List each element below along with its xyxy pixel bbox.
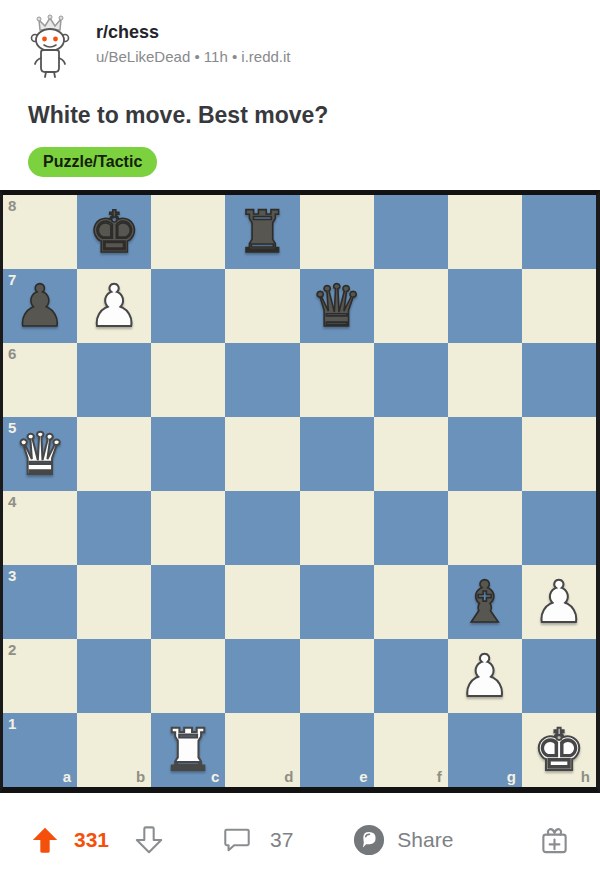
square-f5 — [374, 417, 448, 491]
square-c3 — [151, 565, 225, 639]
square-e2 — [300, 639, 374, 713]
square-g5 — [448, 417, 522, 491]
share-icon — [353, 824, 385, 856]
square-h5 — [522, 417, 596, 491]
square-h1: h♚ — [522, 713, 596, 787]
rank-label-8: 8 — [8, 197, 16, 214]
square-d1: d — [225, 713, 299, 787]
square-d7 — [225, 269, 299, 343]
square-b1: b — [77, 713, 151, 787]
square-d6 — [225, 343, 299, 417]
chess-board: 8♚♜7♟♟♛65♛43♝♟2♟1abc♜defgh♚ — [3, 195, 596, 787]
square-e8 — [300, 195, 374, 269]
file-label-e: e — [359, 768, 367, 785]
subreddit-avatar-snoo-crown-icon[interactable] — [26, 14, 80, 80]
square-h7 — [522, 269, 596, 343]
downvote-icon[interactable] — [134, 825, 164, 855]
square-f4 — [374, 491, 448, 565]
square-h8 — [522, 195, 596, 269]
square-d3 — [225, 565, 299, 639]
black-king: ♚ — [88, 195, 140, 269]
file-label-g: g — [507, 768, 516, 785]
square-f7 — [374, 269, 448, 343]
square-e5 — [300, 417, 374, 491]
square-e3 — [300, 565, 374, 639]
square-f6 — [374, 343, 448, 417]
square-d2 — [225, 639, 299, 713]
subreddit-name[interactable]: r/chess — [96, 20, 291, 44]
square-c4 — [151, 491, 225, 565]
square-g7 — [448, 269, 522, 343]
comment-count: 37 — [270, 828, 293, 852]
white-pawn: ♟ — [533, 565, 585, 639]
square-b8: ♚ — [77, 195, 151, 269]
square-g3: ♝ — [448, 565, 522, 639]
white-pawn: ♟ — [88, 269, 140, 343]
square-g2: ♟ — [448, 639, 522, 713]
square-g8 — [448, 195, 522, 269]
upvote-icon[interactable] — [30, 825, 60, 855]
square-f2 — [374, 639, 448, 713]
square-e1: e — [300, 713, 374, 787]
square-a2: 2 — [3, 639, 77, 713]
square-f3 — [374, 565, 448, 639]
square-d5 — [225, 417, 299, 491]
square-c2 — [151, 639, 225, 713]
square-g1: g — [448, 713, 522, 787]
rank-label-3: 3 — [8, 567, 16, 584]
square-a7: 7♟ — [3, 269, 77, 343]
square-c1: c♜ — [151, 713, 225, 787]
square-h3: ♟ — [522, 565, 596, 639]
rank-label-1: 1 — [8, 715, 16, 732]
white-king: ♚ — [533, 713, 585, 787]
comment-button[interactable]: 37 — [222, 825, 293, 855]
square-c5 — [151, 417, 225, 491]
rank-label-6: 6 — [8, 345, 16, 362]
square-a1: 1a — [3, 713, 77, 787]
rank-label-2: 2 — [8, 641, 16, 658]
square-e6 — [300, 343, 374, 417]
black-queen: ♛ — [311, 269, 363, 343]
square-a4: 4 — [3, 491, 77, 565]
black-pawn: ♟ — [14, 269, 66, 343]
square-a3: 3 — [3, 565, 77, 639]
square-b4 — [77, 491, 151, 565]
square-b2 — [77, 639, 151, 713]
post-image[interactable]: 8♚♜7♟♟♛65♛43♝♟2♟1abc♜defgh♚ — [0, 190, 600, 793]
square-h2 — [522, 639, 596, 713]
square-a6: 6 — [3, 343, 77, 417]
file-label-b: b — [136, 768, 145, 785]
square-h6 — [522, 343, 596, 417]
comment-icon — [222, 825, 252, 855]
square-b6 — [77, 343, 151, 417]
rank-label-4: 4 — [8, 493, 16, 510]
square-f1: f — [374, 713, 448, 787]
share-label: Share — [397, 828, 453, 852]
file-label-d: d — [284, 768, 293, 785]
post-header: r/chess u/BeLikeDead • 11h • i.redd.it — [0, 0, 600, 80]
square-c7 — [151, 269, 225, 343]
vote-group: 331 — [30, 825, 164, 855]
post-title: White to move. Best move? — [28, 102, 572, 129]
square-d4 — [225, 491, 299, 565]
square-b5 — [77, 417, 151, 491]
white-pawn: ♟ — [459, 639, 511, 713]
award-gift-icon[interactable] — [539, 825, 570, 856]
upvote-count: 331 — [74, 828, 120, 852]
square-c6 — [151, 343, 225, 417]
square-b3 — [77, 565, 151, 639]
white-queen: ♛ — [14, 417, 66, 491]
square-g6 — [448, 343, 522, 417]
square-f8 — [374, 195, 448, 269]
post-action-bar: 331 37 Share — [0, 802, 600, 878]
square-d8: ♜ — [225, 195, 299, 269]
square-e7: ♛ — [300, 269, 374, 343]
post-byline[interactable]: u/BeLikeDead • 11h • i.redd.it — [96, 48, 291, 65]
white-rook: ♜ — [162, 713, 214, 787]
file-label-a: a — [63, 768, 71, 785]
square-a8: 8 — [3, 195, 77, 269]
square-a5: 5♛ — [3, 417, 77, 491]
black-rook: ♜ — [236, 195, 288, 269]
square-e4 — [300, 491, 374, 565]
share-button[interactable]: Share — [353, 824, 453, 856]
black-bishop: ♝ — [459, 565, 511, 639]
square-g4 — [448, 491, 522, 565]
flair-badge[interactable]: Puzzle/Tactic — [28, 147, 157, 177]
square-b7: ♟ — [77, 269, 151, 343]
square-c8 — [151, 195, 225, 269]
file-label-f: f — [437, 768, 442, 785]
square-h4 — [522, 491, 596, 565]
